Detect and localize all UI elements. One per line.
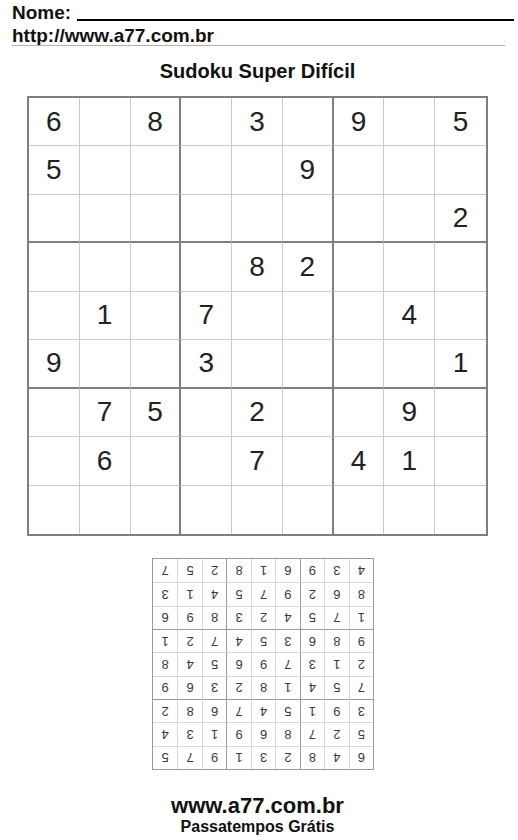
solution-cell-r3c3: 1 xyxy=(300,699,324,722)
puzzle-cell-r9c9 xyxy=(435,486,486,534)
puzzle-cell-r2c9 xyxy=(435,146,486,194)
puzzle-cell-r9c5 xyxy=(232,486,283,534)
solution-cell-r3c6: 7 xyxy=(226,699,250,722)
solution-cell-r1c3: 8 xyxy=(300,746,324,769)
puzzle-cell-r3c6 xyxy=(283,195,334,243)
puzzle-cell-r1c6 xyxy=(283,98,334,146)
puzzle-cell-r8c8: 1 xyxy=(384,437,435,485)
puzzle-cell-r8c7: 4 xyxy=(334,437,385,485)
solution-cell-r9c6: 8 xyxy=(226,559,250,582)
puzzle-cell-r2c3 xyxy=(131,146,182,194)
solution-cell-r5c2: 1 xyxy=(324,652,348,675)
solution-cell-r4c5: 8 xyxy=(251,676,275,699)
puzzle-cell-r2c2 xyxy=(80,146,131,194)
solution-cell-r3c4: 5 xyxy=(275,699,299,722)
solution-cell-r6c9: 1 xyxy=(153,629,177,652)
solution-cell-r1c8: 7 xyxy=(177,746,201,769)
solution-cell-r6c3: 6 xyxy=(300,629,324,652)
puzzle-cell-r8c9 xyxy=(435,437,486,485)
puzzle-cell-r9c2 xyxy=(80,486,131,534)
solution-cell-r1c5: 3 xyxy=(251,746,275,769)
solution-cell-r8c1: 8 xyxy=(349,582,373,605)
puzzle-cell-r5c7 xyxy=(334,292,385,340)
puzzle-cell-r1c5: 3 xyxy=(232,98,283,146)
puzzle-cell-r8c2: 6 xyxy=(80,437,131,485)
solution-cell-r9c5: 1 xyxy=(251,559,275,582)
solution-cell-r1c1: 6 xyxy=(349,746,373,769)
puzzle-cell-r2c5 xyxy=(232,146,283,194)
solution-cell-r3c2: 9 xyxy=(324,699,348,722)
solution-cell-r9c2: 3 xyxy=(324,559,348,582)
puzzle-cell-r4c2 xyxy=(80,243,131,291)
footer-site-text: www.a77.com.br xyxy=(27,793,488,819)
puzzle-cell-r6c8 xyxy=(384,340,435,388)
puzzle-cell-r3c9: 2 xyxy=(435,195,486,243)
puzzle-cell-r9c8 xyxy=(384,486,435,534)
puzzle-cell-r5c6 xyxy=(283,292,334,340)
puzzle-cell-r6c7 xyxy=(334,340,385,388)
puzzle-cell-r6c2 xyxy=(80,340,131,388)
puzzle-cell-r3c2 xyxy=(80,195,131,243)
puzzle-cell-r9c4 xyxy=(181,486,232,534)
puzzle-cell-r1c8 xyxy=(384,98,435,146)
puzzle-cell-r6c9: 1 xyxy=(435,340,486,388)
puzzle-cell-r7c6 xyxy=(283,389,334,437)
puzzle-cell-r7c7 xyxy=(334,389,385,437)
solution-cell-r2c7: 1 xyxy=(202,722,226,745)
solution-cell-r7c7: 8 xyxy=(202,606,226,629)
puzzle-cell-r9c3 xyxy=(131,486,182,534)
solution-cell-r3c1: 3 xyxy=(349,699,373,722)
puzzle-cell-r1c2 xyxy=(80,98,131,146)
puzzle-cell-r7c4 xyxy=(181,389,232,437)
puzzle-cell-r2c1: 5 xyxy=(29,146,80,194)
solution-cell-r4c9: 9 xyxy=(153,676,177,699)
name-row: Nome: xyxy=(12,3,514,23)
solution-cell-r6c2: 8 xyxy=(324,629,348,652)
solution-cell-r8c8: 1 xyxy=(177,582,201,605)
solution-cell-r5c3: 3 xyxy=(300,652,324,675)
puzzle-cell-r1c4 xyxy=(181,98,232,146)
solution-cell-r8c5: 7 xyxy=(251,582,275,605)
puzzle-cell-r1c1: 6 xyxy=(29,98,80,146)
solution-cell-r8c3: 2 xyxy=(300,582,324,605)
puzzle-cell-r8c4 xyxy=(181,437,232,485)
puzzle-cell-r4c8 xyxy=(384,243,435,291)
solution-cell-r2c2: 2 xyxy=(324,722,348,745)
solution-cell-r1c7: 9 xyxy=(202,746,226,769)
puzzle-cell-r5c4: 7 xyxy=(181,292,232,340)
puzzle-cell-r8c3 xyxy=(131,437,182,485)
solution-cell-r8c9: 3 xyxy=(153,582,177,605)
puzzle-cell-r5c9 xyxy=(435,292,486,340)
puzzle-cell-r4c4 xyxy=(181,243,232,291)
page-title: Sudoku Super Difícil xyxy=(27,60,488,83)
solution-cell-r2c1: 5 xyxy=(349,722,373,745)
solution-cell-r1c2: 4 xyxy=(324,746,348,769)
solution-cell-r9c4: 6 xyxy=(275,559,299,582)
solution-cell-r8c4: 9 xyxy=(275,582,299,605)
name-label: Nome: xyxy=(12,3,71,23)
solution-cell-r4c8: 6 xyxy=(177,676,201,699)
puzzle-cell-r3c8 xyxy=(384,195,435,243)
solution-cell-r2c3: 7 xyxy=(300,722,324,745)
puzzle-cell-r1c7: 9 xyxy=(334,98,385,146)
solution-cell-r4c7: 3 xyxy=(202,676,226,699)
puzzle-cell-r6c4: 3 xyxy=(181,340,232,388)
puzzle-cell-r7c2: 7 xyxy=(80,389,131,437)
puzzle-cell-r1c9: 5 xyxy=(435,98,486,146)
puzzle-cell-r8c5: 7 xyxy=(232,437,283,485)
solution-cell-r4c2: 5 xyxy=(324,676,348,699)
solution-cell-r5c8: 4 xyxy=(177,652,201,675)
solution-cell-r6c5: 5 xyxy=(251,629,275,652)
puzzle-cell-r2c8 xyxy=(384,146,435,194)
solution-cell-r4c1: 7 xyxy=(349,676,373,699)
solution-cell-r4c6: 2 xyxy=(226,676,250,699)
solution-cell-r8c2: 6 xyxy=(324,582,348,605)
footer-tagline-text: Passatempos Grátis xyxy=(27,818,488,836)
solution-cell-r9c8: 5 xyxy=(177,559,201,582)
solution-cell-r1c9: 5 xyxy=(153,746,177,769)
solution-cell-r3c8: 8 xyxy=(177,699,201,722)
solution-cell-r3c9: 2 xyxy=(153,699,177,722)
puzzle-cell-r4c6: 2 xyxy=(283,243,334,291)
solution-cell-r5c7: 5 xyxy=(202,652,226,675)
solution-cell-r7c4: 4 xyxy=(275,606,299,629)
puzzle-cell-r5c8: 4 xyxy=(384,292,435,340)
solution-cell-r4c3: 4 xyxy=(300,676,324,699)
puzzle-cell-r7c8: 9 xyxy=(384,389,435,437)
puzzle-cell-r3c3 xyxy=(131,195,182,243)
solution-cell-r8c7: 4 xyxy=(202,582,226,605)
solution-cell-r9c3: 9 xyxy=(300,559,324,582)
solution-cell-r2c9: 4 xyxy=(153,722,177,745)
puzzle-cell-r2c7 xyxy=(334,146,385,194)
solution-cell-r6c7: 7 xyxy=(202,629,226,652)
puzzle-cell-r6c1: 9 xyxy=(29,340,80,388)
solution-cell-r6c1: 9 xyxy=(349,629,373,652)
puzzle-cell-r1c3: 8 xyxy=(131,98,182,146)
puzzle-cell-r5c3 xyxy=(131,292,182,340)
puzzle-cell-r3c5 xyxy=(232,195,283,243)
puzzle-cell-r4c9 xyxy=(435,243,486,291)
solution-cell-r6c6: 4 xyxy=(226,629,250,652)
solution-cell-r7c5: 2 xyxy=(251,606,275,629)
solution-cell-r7c1: 1 xyxy=(349,606,373,629)
puzzle-cell-r6c6 xyxy=(283,340,334,388)
solution-cell-r4c4: 1 xyxy=(275,676,299,699)
puzzle-cell-r4c3 xyxy=(131,243,182,291)
solution-cell-r5c9: 8 xyxy=(153,652,177,675)
puzzle-cell-r7c1 xyxy=(29,389,80,437)
solution-cell-r8c6: 5 xyxy=(226,582,250,605)
solution-cell-r7c3: 5 xyxy=(300,606,324,629)
solution-cell-r3c7: 6 xyxy=(202,699,226,722)
solution-cell-r5c1: 2 xyxy=(349,652,373,675)
solution-cell-r5c5: 9 xyxy=(251,652,275,675)
puzzle-cell-r3c4 xyxy=(181,195,232,243)
puzzle-cell-r9c1 xyxy=(29,486,80,534)
puzzle-cell-r2c6: 9 xyxy=(283,146,334,194)
solution-cell-r7c2: 7 xyxy=(324,606,348,629)
solution-cell-r9c1: 4 xyxy=(349,559,373,582)
site-url-text: http://www.a77.com.br xyxy=(12,25,214,47)
solution-cell-r1c6: 1 xyxy=(226,746,250,769)
puzzle-cell-r2c4 xyxy=(181,146,232,194)
solution-cell-r2c6: 9 xyxy=(226,722,250,745)
puzzle-cell-r5c2: 1 xyxy=(80,292,131,340)
puzzle-cell-r5c5 xyxy=(232,292,283,340)
solution-cell-r5c4: 7 xyxy=(275,652,299,675)
solution-cell-r7c8: 9 xyxy=(177,606,201,629)
solution-cell-r6c8: 2 xyxy=(177,629,201,652)
puzzle-grid: 683955928217493175296741 xyxy=(27,96,488,536)
solution-cell-r5c6: 6 xyxy=(226,652,250,675)
solution-cell-r2c8: 3 xyxy=(177,722,201,745)
puzzle-cell-r5c1 xyxy=(29,292,80,340)
solution-cell-r2c5: 6 xyxy=(251,722,275,745)
puzzle-cell-r4c7 xyxy=(334,243,385,291)
puzzle-cell-r9c7 xyxy=(334,486,385,534)
solution-cell-r3c5: 4 xyxy=(251,699,275,722)
solution-cell-r9c7: 2 xyxy=(202,559,226,582)
solution-cell-r2c4: 8 xyxy=(275,722,299,745)
puzzle-cell-r6c5 xyxy=(232,340,283,388)
puzzle-cell-r3c1 xyxy=(29,195,80,243)
puzzle-cell-r4c1 xyxy=(29,243,80,291)
puzzle-cell-r7c9 xyxy=(435,389,486,437)
puzzle-cell-r7c5: 2 xyxy=(232,389,283,437)
puzzle-cell-r8c1 xyxy=(29,437,80,485)
puzzle-cell-r6c3 xyxy=(131,340,182,388)
solution-cell-r7c6: 3 xyxy=(226,606,250,629)
solution-cell-r9c9: 7 xyxy=(153,559,177,582)
solution-cell-r1c4: 2 xyxy=(275,746,299,769)
header-divider xyxy=(12,45,505,46)
solution-cell-r6c4: 3 xyxy=(275,629,299,652)
puzzle-cell-r9c6 xyxy=(283,486,334,534)
puzzle-cell-r3c7 xyxy=(334,195,385,243)
solution-grid: 6482319755278691343915476827541823692137… xyxy=(152,558,374,770)
puzzle-cell-r4c5: 8 xyxy=(232,243,283,291)
puzzle-cell-r7c3: 5 xyxy=(131,389,182,437)
puzzle-cell-r8c6 xyxy=(283,437,334,485)
name-blank-line xyxy=(77,19,514,21)
solution-cell-r7c9: 6 xyxy=(153,606,177,629)
